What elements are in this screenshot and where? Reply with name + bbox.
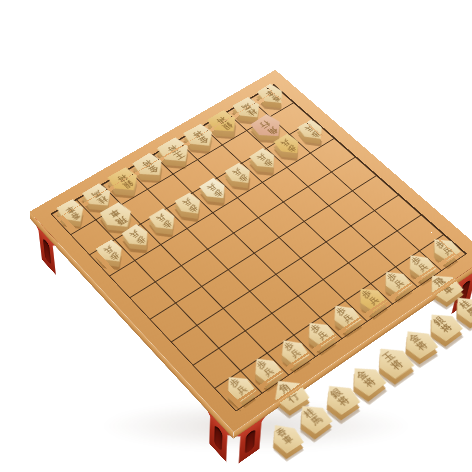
shogi-board[interactable]: 香車桂馬銀将金将王将金将銀将桂馬香車飛車角行歩兵歩兵歩兵歩兵歩兵歩兵歩兵歩兵歩兵…: [29, 70, 472, 432]
perspective-wrapper: 香車桂馬銀将金将王将金将銀将桂馬香車飛車角行歩兵歩兵歩兵歩兵歩兵歩兵歩兵歩兵歩兵…: [0, 0, 472, 472]
photo-stage: Overhead angled photo of a wooden shogi …: [0, 0, 472, 472]
